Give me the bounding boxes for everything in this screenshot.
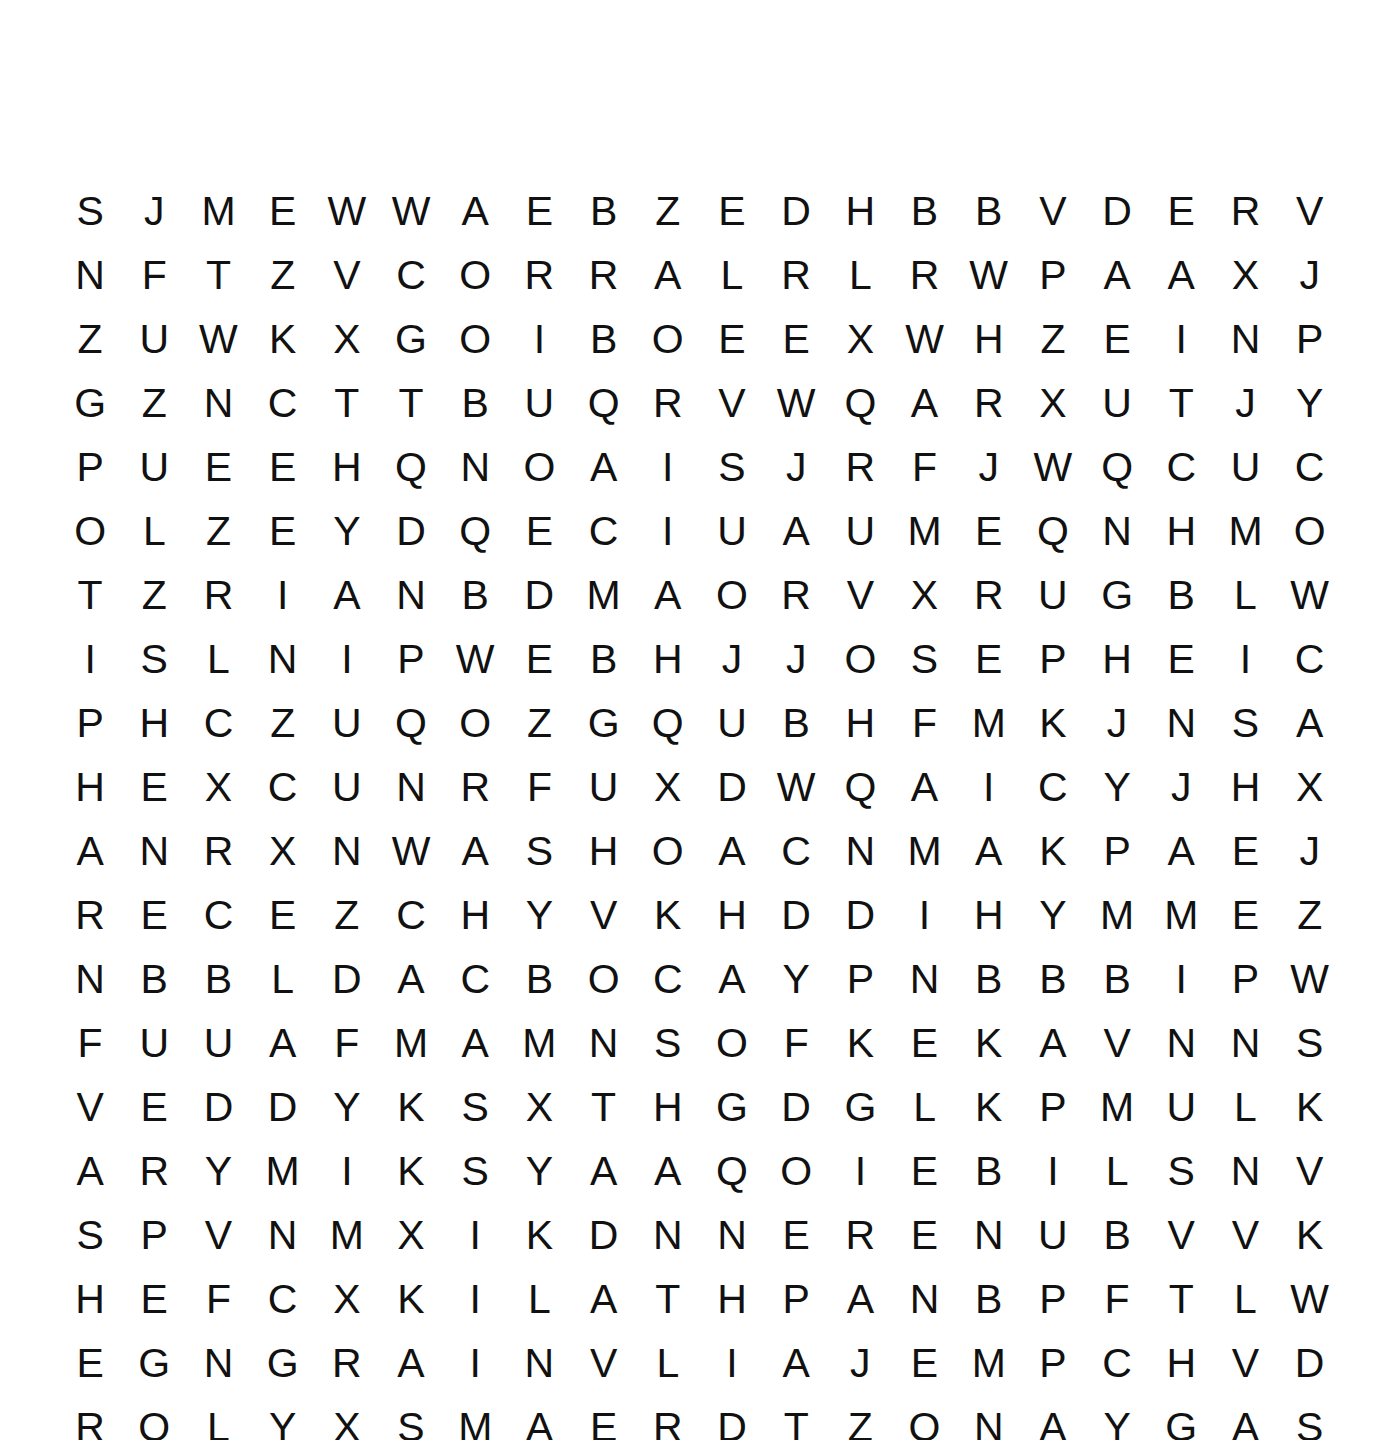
grid-cell[interactable]: X <box>315 1395 379 1440</box>
grid-cell[interactable]: H <box>636 1075 700 1139</box>
grid-cell[interactable]: T <box>186 243 250 307</box>
grid-cell[interactable]: C <box>379 243 443 307</box>
grid-cell[interactable]: I <box>1213 627 1277 691</box>
grid-cell[interactable]: V <box>1085 1011 1149 1075</box>
grid-cell[interactable]: C <box>379 883 443 947</box>
grid-cell[interactable]: C <box>443 947 507 1011</box>
grid-cell[interactable]: O <box>443 243 507 307</box>
grid-cell[interactable]: E <box>764 1203 828 1267</box>
grid-cell[interactable]: I <box>443 1267 507 1331</box>
grid-cell[interactable]: F <box>186 1267 250 1331</box>
grid-cell[interactable]: Y <box>315 1075 379 1139</box>
grid-cell[interactable]: A <box>957 819 1021 883</box>
grid-cell[interactable]: U <box>572 755 636 819</box>
grid-cell[interactable]: H <box>828 179 892 243</box>
grid-cell[interactable]: N <box>122 819 186 883</box>
grid-cell[interactable]: O <box>636 307 700 371</box>
grid-cell[interactable]: L <box>636 1331 700 1395</box>
grid-cell[interactable]: C <box>764 819 828 883</box>
grid-cell[interactable]: V <box>1278 1139 1342 1203</box>
grid-cell[interactable]: O <box>764 1139 828 1203</box>
grid-cell[interactable]: E <box>251 883 315 947</box>
grid-cell[interactable]: Z <box>1021 307 1085 371</box>
grid-cell[interactable]: D <box>764 1075 828 1139</box>
grid-cell[interactable]: C <box>636 947 700 1011</box>
grid-cell[interactable]: O <box>828 627 892 691</box>
grid-cell[interactable]: K <box>1278 1075 1342 1139</box>
grid-cell[interactable]: B <box>122 947 186 1011</box>
grid-cell[interactable]: U <box>1085 371 1149 435</box>
grid-cell[interactable]: A <box>892 755 956 819</box>
grid-cell[interactable]: Z <box>315 883 379 947</box>
grid-cell[interactable]: D <box>507 563 571 627</box>
grid-cell[interactable]: E <box>572 1395 636 1440</box>
grid-cell[interactable]: K <box>1278 1203 1342 1267</box>
grid-cell[interactable]: S <box>700 435 764 499</box>
grid-cell[interactable]: K <box>1021 819 1085 883</box>
grid-cell[interactable]: D <box>251 1075 315 1139</box>
grid-cell[interactable]: R <box>443 755 507 819</box>
grid-cell[interactable]: R <box>1213 179 1277 243</box>
grid-cell[interactable]: P <box>1021 243 1085 307</box>
grid-cell[interactable]: L <box>507 1267 571 1331</box>
grid-cell[interactable]: W <box>1278 947 1342 1011</box>
grid-cell[interactable]: H <box>1085 627 1149 691</box>
grid-cell[interactable]: X <box>1213 243 1277 307</box>
grid-cell[interactable]: G <box>1149 1395 1213 1440</box>
grid-cell[interactable]: Q <box>379 691 443 755</box>
grid-cell[interactable]: A <box>1021 1011 1085 1075</box>
grid-cell[interactable]: F <box>1085 1267 1149 1331</box>
grid-cell[interactable]: N <box>186 1331 250 1395</box>
grid-cell[interactable]: S <box>1149 1139 1213 1203</box>
grid-cell[interactable]: R <box>186 563 250 627</box>
grid-cell[interactable]: L <box>122 499 186 563</box>
grid-cell[interactable]: J <box>1278 819 1342 883</box>
grid-cell[interactable]: V <box>1213 1331 1277 1395</box>
grid-cell[interactable]: F <box>892 435 956 499</box>
grid-cell[interactable]: F <box>764 1011 828 1075</box>
grid-cell[interactable]: U <box>700 499 764 563</box>
grid-cell[interactable]: A <box>636 563 700 627</box>
grid-cell[interactable]: W <box>764 755 828 819</box>
grid-cell[interactable]: G <box>58 371 122 435</box>
grid-cell[interactable]: O <box>443 307 507 371</box>
grid-cell[interactable]: N <box>892 947 956 1011</box>
grid-cell[interactable]: M <box>251 1139 315 1203</box>
grid-cell[interactable]: E <box>507 499 571 563</box>
grid-cell[interactable]: M <box>1085 1075 1149 1139</box>
grid-cell[interactable]: K <box>828 1011 892 1075</box>
grid-cell[interactable]: G <box>1085 563 1149 627</box>
grid-cell[interactable]: S <box>636 1011 700 1075</box>
grid-cell[interactable]: P <box>1085 819 1149 883</box>
grid-cell[interactable]: J <box>764 435 828 499</box>
grid-cell[interactable]: E <box>251 499 315 563</box>
grid-cell[interactable]: N <box>892 1267 956 1331</box>
grid-cell[interactable]: S <box>1278 1395 1342 1440</box>
grid-cell[interactable]: N <box>379 755 443 819</box>
grid-cell[interactable]: Q <box>828 371 892 435</box>
grid-cell[interactable]: U <box>122 435 186 499</box>
grid-cell[interactable]: P <box>1021 627 1085 691</box>
grid-cell[interactable]: H <box>636 627 700 691</box>
grid-cell[interactable]: Z <box>636 179 700 243</box>
grid-cell[interactable]: Y <box>186 1139 250 1203</box>
grid-cell[interactable]: P <box>58 691 122 755</box>
grid-cell[interactable]: Z <box>828 1395 892 1440</box>
grid-cell[interactable]: Q <box>1021 499 1085 563</box>
grid-cell[interactable]: L <box>1213 563 1277 627</box>
grid-cell[interactable]: O <box>58 499 122 563</box>
grid-cell[interactable]: E <box>58 1331 122 1395</box>
grid-cell[interactable]: X <box>507 1075 571 1139</box>
grid-cell[interactable]: Z <box>186 499 250 563</box>
grid-cell[interactable]: A <box>764 1331 828 1395</box>
grid-cell[interactable]: U <box>507 371 571 435</box>
grid-cell[interactable]: M <box>1213 499 1277 563</box>
grid-cell[interactable]: H <box>58 755 122 819</box>
grid-cell[interactable]: C <box>251 755 315 819</box>
grid-cell[interactable]: U <box>122 307 186 371</box>
grid-cell[interactable]: Q <box>892 1395 956 1440</box>
grid-cell[interactable]: R <box>828 435 892 499</box>
grid-cell[interactable]: J <box>764 627 828 691</box>
grid-cell[interactable]: I <box>443 1331 507 1395</box>
grid-cell[interactable]: H <box>957 307 1021 371</box>
grid-cell[interactable]: D <box>379 499 443 563</box>
grid-cell[interactable]: U <box>122 1011 186 1075</box>
grid-cell[interactable]: P <box>1213 947 1277 1011</box>
grid-cell[interactable]: H <box>957 883 1021 947</box>
grid-cell[interactable]: N <box>572 1011 636 1075</box>
grid-cell[interactable]: H <box>443 883 507 947</box>
grid-cell[interactable]: I <box>1149 947 1213 1011</box>
grid-cell[interactable]: A <box>1213 1395 1277 1440</box>
grid-cell[interactable]: E <box>892 1139 956 1203</box>
grid-cell[interactable]: X <box>1278 755 1342 819</box>
grid-cell[interactable]: N <box>379 563 443 627</box>
grid-cell[interactable]: E <box>122 1267 186 1331</box>
grid-cell[interactable]: N <box>1085 499 1149 563</box>
grid-cell[interactable]: U <box>1021 1203 1085 1267</box>
grid-cell[interactable]: K <box>636 883 700 947</box>
grid-cell[interactable]: X <box>828 307 892 371</box>
grid-cell[interactable]: Q <box>700 1139 764 1203</box>
grid-cell[interactable]: E <box>251 435 315 499</box>
grid-cell[interactable]: A <box>1149 243 1213 307</box>
grid-cell[interactable]: O <box>443 691 507 755</box>
grid-cell[interactable]: R <box>828 1203 892 1267</box>
grid-cell[interactable]: G <box>572 691 636 755</box>
grid-cell[interactable]: W <box>1278 1267 1342 1331</box>
grid-cell[interactable]: K <box>379 1139 443 1203</box>
grid-cell[interactable]: D <box>764 179 828 243</box>
grid-cell[interactable]: C <box>251 1267 315 1331</box>
grid-cell[interactable]: K <box>507 1203 571 1267</box>
grid-cell[interactable]: L <box>1213 1267 1277 1331</box>
grid-cell[interactable]: B <box>764 691 828 755</box>
grid-cell[interactable]: A <box>764 499 828 563</box>
grid-cell[interactable]: V <box>1278 179 1342 243</box>
grid-cell[interactable]: W <box>186 307 250 371</box>
grid-cell[interactable]: D <box>186 1075 250 1139</box>
grid-cell[interactable]: V <box>1021 179 1085 243</box>
grid-cell[interactable]: Z <box>122 563 186 627</box>
grid-cell[interactable]: R <box>572 243 636 307</box>
grid-cell[interactable]: Y <box>764 947 828 1011</box>
grid-cell[interactable]: Z <box>58 307 122 371</box>
grid-cell[interactable]: W <box>957 243 1021 307</box>
grid-cell[interactable]: U <box>700 691 764 755</box>
grid-cell[interactable]: Z <box>251 243 315 307</box>
grid-cell[interactable]: M <box>186 179 250 243</box>
grid-cell[interactable]: B <box>443 563 507 627</box>
grid-cell[interactable]: D <box>764 883 828 947</box>
grid-cell[interactable]: E <box>1149 179 1213 243</box>
grid-cell[interactable]: N <box>636 1203 700 1267</box>
grid-cell[interactable]: J <box>1149 755 1213 819</box>
grid-cell[interactable]: T <box>315 371 379 435</box>
grid-cell[interactable]: L <box>1085 1139 1149 1203</box>
grid-cell[interactable]: U <box>1213 435 1277 499</box>
grid-cell[interactable]: J <box>122 179 186 243</box>
grid-cell[interactable]: A <box>443 819 507 883</box>
grid-cell[interactable]: P <box>122 1203 186 1267</box>
grid-cell[interactable]: I <box>507 307 571 371</box>
grid-cell[interactable]: E <box>122 883 186 947</box>
grid-cell[interactable]: V <box>572 1331 636 1395</box>
grid-cell[interactable]: A <box>636 1139 700 1203</box>
grid-cell[interactable]: U <box>1021 563 1085 627</box>
grid-cell[interactable]: I <box>892 883 956 947</box>
grid-cell[interactable]: D <box>700 1395 764 1440</box>
grid-cell[interactable]: A <box>828 1267 892 1331</box>
grid-cell[interactable]: P <box>1021 1075 1085 1139</box>
grid-cell[interactable]: X <box>1021 371 1085 435</box>
grid-cell[interactable]: B <box>892 179 956 243</box>
grid-cell[interactable]: F <box>892 691 956 755</box>
grid-cell[interactable]: Y <box>507 1139 571 1203</box>
grid-cell[interactable]: R <box>636 371 700 435</box>
grid-cell[interactable]: N <box>1149 691 1213 755</box>
grid-cell[interactable]: L <box>892 1075 956 1139</box>
grid-cell[interactable]: H <box>315 435 379 499</box>
grid-cell[interactable]: E <box>700 307 764 371</box>
grid-cell[interactable]: R <box>58 883 122 947</box>
grid-cell[interactable]: H <box>572 819 636 883</box>
grid-cell[interactable]: E <box>892 1331 956 1395</box>
grid-cell[interactable]: B <box>572 307 636 371</box>
grid-cell[interactable]: W <box>1278 563 1342 627</box>
grid-cell[interactable]: A <box>572 435 636 499</box>
grid-cell[interactable]: I <box>58 627 122 691</box>
grid-cell[interactable]: I <box>443 1203 507 1267</box>
grid-cell[interactable]: M <box>892 499 956 563</box>
grid-cell[interactable]: P <box>1021 1331 1085 1395</box>
grid-cell[interactable]: A <box>315 563 379 627</box>
grid-cell[interactable]: H <box>122 691 186 755</box>
grid-cell[interactable]: A <box>251 1011 315 1075</box>
grid-cell[interactable]: Q <box>1085 435 1149 499</box>
grid-cell[interactable]: R <box>764 243 828 307</box>
grid-cell[interactable]: A <box>58 819 122 883</box>
grid-cell[interactable]: Z <box>251 691 315 755</box>
grid-cell[interactable]: H <box>58 1267 122 1331</box>
grid-cell[interactable]: V <box>58 1075 122 1139</box>
grid-cell[interactable]: H <box>828 691 892 755</box>
grid-cell[interactable]: R <box>957 563 1021 627</box>
grid-cell[interactable]: X <box>315 1267 379 1331</box>
grid-cell[interactable]: F <box>122 243 186 307</box>
grid-cell[interactable]: E <box>507 179 571 243</box>
grid-cell[interactable]: B <box>572 179 636 243</box>
grid-cell[interactable]: N <box>957 1203 1021 1267</box>
grid-cell[interactable]: W <box>315 179 379 243</box>
grid-cell[interactable]: E <box>122 1075 186 1139</box>
grid-cell[interactable]: V <box>828 563 892 627</box>
grid-cell[interactable]: R <box>892 243 956 307</box>
grid-cell[interactable]: Y <box>1085 755 1149 819</box>
grid-cell[interactable]: V <box>572 883 636 947</box>
grid-cell[interactable]: X <box>892 563 956 627</box>
grid-cell[interactable]: O <box>507 435 571 499</box>
grid-cell[interactable]: C <box>186 883 250 947</box>
grid-cell[interactable]: E <box>1149 627 1213 691</box>
grid-cell[interactable]: R <box>315 1331 379 1395</box>
grid-cell[interactable]: Q <box>443 499 507 563</box>
grid-cell[interactable]: A <box>572 1267 636 1331</box>
grid-cell[interactable]: L <box>828 243 892 307</box>
grid-cell[interactable]: U <box>315 691 379 755</box>
grid-cell[interactable]: I <box>315 627 379 691</box>
grid-cell[interactable]: N <box>251 1203 315 1267</box>
grid-cell[interactable]: E <box>251 179 315 243</box>
grid-cell[interactable]: M <box>1085 883 1149 947</box>
grid-cell[interactable]: B <box>1085 947 1149 1011</box>
grid-cell[interactable]: D <box>572 1203 636 1267</box>
grid-cell[interactable]: E <box>892 1203 956 1267</box>
grid-cell[interactable]: J <box>957 435 1021 499</box>
grid-cell[interactable]: G <box>122 1331 186 1395</box>
grid-cell[interactable]: X <box>315 307 379 371</box>
grid-cell[interactable]: I <box>636 499 700 563</box>
grid-cell[interactable]: C <box>251 371 315 435</box>
grid-cell[interactable]: R <box>507 243 571 307</box>
grid-cell[interactable]: B <box>1149 563 1213 627</box>
grid-cell[interactable]: B <box>1021 947 1085 1011</box>
grid-cell[interactable]: I <box>315 1139 379 1203</box>
grid-cell[interactable]: K <box>251 307 315 371</box>
grid-cell[interactable]: E <box>700 179 764 243</box>
grid-cell[interactable]: A <box>58 1139 122 1203</box>
grid-cell[interactable]: M <box>892 819 956 883</box>
grid-cell[interactable]: D <box>1085 179 1149 243</box>
grid-cell[interactable]: Y <box>1278 371 1342 435</box>
grid-cell[interactable]: M <box>315 1203 379 1267</box>
grid-cell[interactable]: V <box>1213 1203 1277 1267</box>
grid-cell[interactable]: F <box>315 1011 379 1075</box>
grid-cell[interactable]: N <box>700 1203 764 1267</box>
grid-cell[interactable]: O <box>700 563 764 627</box>
grid-cell[interactable]: H <box>1149 1331 1213 1395</box>
grid-cell[interactable]: M <box>379 1011 443 1075</box>
grid-cell[interactable]: M <box>1149 883 1213 947</box>
grid-cell[interactable]: E <box>122 755 186 819</box>
grid-cell[interactable]: G <box>379 307 443 371</box>
grid-cell[interactable]: K <box>1021 691 1085 755</box>
grid-cell[interactable]: A <box>443 1011 507 1075</box>
grid-cell[interactable]: A <box>892 371 956 435</box>
grid-cell[interactable]: A <box>1021 1395 1085 1440</box>
grid-cell[interactable]: R <box>186 819 250 883</box>
grid-cell[interactable]: O <box>572 947 636 1011</box>
grid-cell[interactable]: L <box>700 243 764 307</box>
grid-cell[interactable]: I <box>251 563 315 627</box>
grid-cell[interactable]: K <box>379 1075 443 1139</box>
grid-cell[interactable]: C <box>1085 1331 1149 1395</box>
grid-cell[interactable]: M <box>443 1395 507 1440</box>
grid-cell[interactable]: N <box>186 371 250 435</box>
grid-cell[interactable]: C <box>186 691 250 755</box>
grid-cell[interactable]: M <box>957 691 1021 755</box>
grid-cell[interactable]: A <box>1149 819 1213 883</box>
grid-cell[interactable]: I <box>1021 1139 1085 1203</box>
grid-cell[interactable]: A <box>1085 243 1149 307</box>
grid-cell[interactable]: E <box>1213 819 1277 883</box>
grid-cell[interactable]: I <box>636 435 700 499</box>
grid-cell[interactable]: V <box>315 243 379 307</box>
grid-cell[interactable]: D <box>700 755 764 819</box>
grid-cell[interactable]: Q <box>828 755 892 819</box>
grid-cell[interactable]: J <box>1213 371 1277 435</box>
grid-cell[interactable]: S <box>507 819 571 883</box>
grid-cell[interactable]: J <box>828 1331 892 1395</box>
grid-cell[interactable]: Y <box>251 1395 315 1440</box>
grid-cell[interactable]: D <box>315 947 379 1011</box>
grid-cell[interactable]: W <box>379 179 443 243</box>
grid-cell[interactable]: B <box>1085 1203 1149 1267</box>
grid-cell[interactable]: R <box>957 371 1021 435</box>
grid-cell[interactable]: V <box>186 1203 250 1267</box>
grid-cell[interactable]: V <box>1149 1203 1213 1267</box>
grid-cell[interactable]: D <box>1278 1331 1342 1395</box>
grid-cell[interactable]: G <box>700 1075 764 1139</box>
grid-cell[interactable]: E <box>507 627 571 691</box>
grid-cell[interactable]: W <box>379 819 443 883</box>
grid-cell[interactable]: A <box>443 179 507 243</box>
grid-cell[interactable]: A <box>379 1331 443 1395</box>
grid-cell[interactable]: U <box>315 755 379 819</box>
grid-cell[interactable]: K <box>957 1075 1021 1139</box>
grid-cell[interactable]: M <box>507 1011 571 1075</box>
grid-cell[interactable]: P <box>1278 307 1342 371</box>
grid-cell[interactable]: J <box>700 627 764 691</box>
grid-cell[interactable]: N <box>507 1331 571 1395</box>
grid-cell[interactable]: T <box>572 1075 636 1139</box>
grid-cell[interactable]: A <box>507 1395 571 1440</box>
grid-cell[interactable]: C <box>1278 435 1342 499</box>
grid-cell[interactable]: Z <box>1278 883 1342 947</box>
grid-cell[interactable]: N <box>828 819 892 883</box>
grid-cell[interactable]: F <box>58 1011 122 1075</box>
grid-cell[interactable]: Y <box>1085 1395 1149 1440</box>
grid-cell[interactable]: B <box>957 1139 1021 1203</box>
grid-cell[interactable]: O <box>1278 499 1342 563</box>
grid-cell[interactable]: T <box>58 563 122 627</box>
grid-cell[interactable]: B <box>507 947 571 1011</box>
grid-cell[interactable]: J <box>1278 243 1342 307</box>
